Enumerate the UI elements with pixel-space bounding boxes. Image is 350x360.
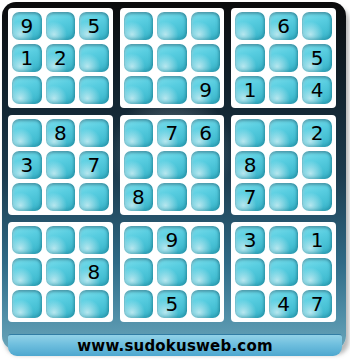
- board-block-1-2: 287: [231, 115, 336, 215]
- cell-r3c7[interactable]: 1: [235, 76, 265, 104]
- board-block-0-2: 6514: [231, 8, 336, 108]
- cell-r2c4[interactable]: [124, 44, 154, 72]
- board-block-0-1: 9: [120, 8, 225, 108]
- cell-r1c1[interactable]: 9: [12, 12, 42, 40]
- cell-r9c5[interactable]: 5: [157, 290, 187, 318]
- cell-r5c7[interactable]: 8: [235, 151, 265, 179]
- cell-r3c1[interactable]: [12, 76, 42, 104]
- board-block-1-0: 837: [8, 115, 113, 215]
- cell-r7c6[interactable]: [191, 226, 221, 254]
- cell-r5c1[interactable]: 3: [12, 151, 42, 179]
- cell-r6c2[interactable]: [46, 183, 76, 211]
- cell-r2c9[interactable]: 5: [302, 44, 332, 72]
- cell-r7c5[interactable]: 9: [157, 226, 187, 254]
- cell-r2c7[interactable]: [235, 44, 265, 72]
- site-url: www.sudokusweb.com: [8, 334, 342, 356]
- cell-r8c9[interactable]: [302, 258, 332, 286]
- cell-r2c2[interactable]: 2: [46, 44, 76, 72]
- cell-r5c6[interactable]: [191, 151, 221, 179]
- board-block-1-1: 768: [120, 115, 225, 215]
- cell-r2c8[interactable]: [269, 44, 299, 72]
- cell-r9c4[interactable]: [124, 290, 154, 318]
- cell-r5c5[interactable]: [157, 151, 187, 179]
- cell-r1c5[interactable]: [157, 12, 187, 40]
- cell-r4c4[interactable]: [124, 119, 154, 147]
- cell-r1c4[interactable]: [124, 12, 154, 40]
- cell-r1c7[interactable]: [235, 12, 265, 40]
- cell-r1c9[interactable]: [302, 12, 332, 40]
- cell-r9c3[interactable]: [79, 290, 109, 318]
- cell-r6c6[interactable]: [191, 183, 221, 211]
- cell-r7c3[interactable]: [79, 226, 109, 254]
- cell-r8c7[interactable]: [235, 258, 265, 286]
- cell-r2c5[interactable]: [157, 44, 187, 72]
- cell-r7c8[interactable]: [269, 226, 299, 254]
- cell-r6c1[interactable]: [12, 183, 42, 211]
- cell-r5c8[interactable]: [269, 151, 299, 179]
- cell-r9c7[interactable]: [235, 290, 265, 318]
- cell-r4c1[interactable]: [12, 119, 42, 147]
- cell-r6c5[interactable]: [157, 183, 187, 211]
- cell-r1c2[interactable]: [46, 12, 76, 40]
- cell-r7c9[interactable]: 1: [302, 226, 332, 254]
- cell-r4c3[interactable]: [79, 119, 109, 147]
- cell-r7c2[interactable]: [46, 226, 76, 254]
- cell-r3c8[interactable]: [269, 76, 299, 104]
- cell-r1c8[interactable]: 6: [269, 12, 299, 40]
- cell-r9c1[interactable]: [12, 290, 42, 318]
- board-block-0-0: 9512: [8, 8, 113, 108]
- cell-r8c4[interactable]: [124, 258, 154, 286]
- cell-r6c8[interactable]: [269, 183, 299, 211]
- cell-r2c6[interactable]: [191, 44, 221, 72]
- cell-r6c3[interactable]: [79, 183, 109, 211]
- cell-r6c7[interactable]: 7: [235, 183, 265, 211]
- cell-r5c3[interactable]: 7: [79, 151, 109, 179]
- board-block-2-0: 8: [8, 222, 113, 322]
- cell-r3c9[interactable]: 4: [302, 76, 332, 104]
- cell-r5c4[interactable]: [124, 151, 154, 179]
- cell-r9c6[interactable]: [191, 290, 221, 318]
- cell-r4c5[interactable]: 7: [157, 119, 187, 147]
- cell-r4c7[interactable]: [235, 119, 265, 147]
- cell-r3c3[interactable]: [79, 76, 109, 104]
- cell-r8c8[interactable]: [269, 258, 299, 286]
- cell-r3c5[interactable]: [157, 76, 187, 104]
- cell-r4c9[interactable]: 2: [302, 119, 332, 147]
- cell-r2c3[interactable]: [79, 44, 109, 72]
- cell-r8c5[interactable]: [157, 258, 187, 286]
- cell-r7c7[interactable]: 3: [235, 226, 265, 254]
- cell-r8c2[interactable]: [46, 258, 76, 286]
- cell-r5c2[interactable]: [46, 151, 76, 179]
- cell-r1c3[interactable]: 5: [79, 12, 109, 40]
- cell-r3c2[interactable]: [46, 76, 76, 104]
- cell-r8c1[interactable]: [12, 258, 42, 286]
- cell-r7c4[interactable]: [124, 226, 154, 254]
- cell-r8c6[interactable]: [191, 258, 221, 286]
- board-block-2-2: 3147: [231, 222, 336, 322]
- cell-r4c6[interactable]: 6: [191, 119, 221, 147]
- cell-r6c9[interactable]: [302, 183, 332, 211]
- cell-r9c9[interactable]: 7: [302, 290, 332, 318]
- cell-r7c1[interactable]: [12, 226, 42, 254]
- cell-r2c1[interactable]: 1: [12, 44, 42, 72]
- cell-r8c3[interactable]: 8: [79, 258, 109, 286]
- cell-r9c2[interactable]: [46, 290, 76, 318]
- cell-r4c8[interactable]: [269, 119, 299, 147]
- cell-r4c2[interactable]: 8: [46, 119, 76, 147]
- cell-r3c4[interactable]: [124, 76, 154, 104]
- cell-r5c9[interactable]: [302, 151, 332, 179]
- board-block-2-1: 95: [120, 222, 225, 322]
- cell-r6c4[interactable]: 8: [124, 183, 154, 211]
- cell-r3c6[interactable]: 9: [191, 76, 221, 104]
- cell-r9c8[interactable]: 4: [269, 290, 299, 318]
- cell-r1c6[interactable]: [191, 12, 221, 40]
- sudoku-board: 9512965148377682878953147: [8, 8, 336, 322]
